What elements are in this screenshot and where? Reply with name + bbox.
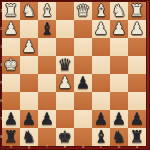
white-pawn: ♟ — [110, 20, 128, 38]
square-d3[interactable] — [74, 38, 92, 56]
square-a2[interactable]: ♟ — [128, 20, 146, 38]
square-h1[interactable]: ♜ — [2, 2, 20, 20]
square-d7[interactable] — [74, 110, 92, 128]
square-c3[interactable] — [92, 38, 110, 56]
black-rook: ♜ — [2, 128, 20, 146]
square-h7[interactable]: ♟ — [2, 110, 20, 128]
square-c6[interactable] — [92, 92, 110, 110]
white-pawn: ♟ — [56, 74, 74, 92]
white-bishop: ♝ — [92, 2, 110, 20]
square-d6[interactable] — [74, 92, 92, 110]
square-a1[interactable]: ♜ — [128, 2, 146, 20]
square-g5[interactable] — [20, 74, 38, 92]
white-knight: ♞ — [110, 2, 128, 20]
square-b7[interactable]: ♟ — [110, 110, 128, 128]
white-pawn: ♟ — [128, 20, 146, 38]
chess-app-window: ♜♞♝♛♝♞♜♟♝♟♟♟♟♚♛♟♟♟♟♟♟♟♟♜♞♚♝♞♜ 12345678hg… — [0, 0, 150, 150]
black-pawn: ♟ — [74, 74, 92, 92]
square-f4[interactable] — [38, 56, 56, 74]
square-a8[interactable]: ♜ — [128, 128, 146, 146]
white-pawn: ♟ — [20, 38, 38, 56]
black-king: ♚ — [56, 128, 74, 146]
black-pawn: ♟ — [38, 110, 56, 128]
black-pawn: ♟ — [128, 110, 146, 128]
white-king: ♚ — [2, 56, 20, 74]
square-g3[interactable]: ♟ — [20, 38, 38, 56]
square-a6[interactable] — [128, 92, 146, 110]
square-h4[interactable]: ♚ — [2, 56, 20, 74]
black-pawn: ♟ — [20, 110, 38, 128]
black-queen: ♛ — [56, 56, 74, 74]
square-c1[interactable]: ♝ — [92, 2, 110, 20]
square-f3[interactable] — [38, 38, 56, 56]
square-f5[interactable] — [38, 74, 56, 92]
white-bishop: ♝ — [38, 2, 56, 20]
square-d2[interactable] — [74, 20, 92, 38]
white-pawn: ♟ — [92, 20, 110, 38]
square-a3[interactable] — [128, 38, 146, 56]
white-knight: ♞ — [20, 2, 38, 20]
white-rook: ♜ — [128, 2, 146, 20]
white-pawn: ♟ — [2, 20, 20, 38]
square-d1[interactable]: ♛ — [74, 2, 92, 20]
square-d8[interactable] — [74, 128, 92, 146]
square-a4[interactable] — [128, 56, 146, 74]
square-h3[interactable] — [2, 38, 20, 56]
square-g6[interactable] — [20, 92, 38, 110]
square-h5[interactable] — [2, 74, 20, 92]
square-a5[interactable] — [128, 74, 146, 92]
square-c7[interactable]: ♟ — [92, 110, 110, 128]
square-f2[interactable]: ♝ — [38, 20, 56, 38]
square-b1[interactable]: ♞ — [110, 2, 128, 20]
square-e1[interactable] — [56, 2, 74, 20]
square-d4[interactable] — [74, 56, 92, 74]
square-b6[interactable] — [110, 92, 128, 110]
square-e7[interactable] — [56, 110, 74, 128]
square-c2[interactable]: ♟ — [92, 20, 110, 38]
black-pawn: ♟ — [110, 110, 128, 128]
square-b4[interactable] — [110, 56, 128, 74]
square-c8[interactable]: ♝ — [92, 128, 110, 146]
square-b2[interactable]: ♟ — [110, 20, 128, 38]
square-h2[interactable]: ♟ — [2, 20, 20, 38]
square-h6[interactable] — [2, 92, 20, 110]
black-bishop: ♝ — [38, 20, 56, 38]
square-b5[interactable] — [110, 74, 128, 92]
square-g7[interactable]: ♟ — [20, 110, 38, 128]
square-d5[interactable]: ♟ — [74, 74, 92, 92]
square-g1[interactable]: ♞ — [20, 2, 38, 20]
square-e3[interactable] — [56, 38, 74, 56]
black-knight: ♞ — [20, 128, 38, 146]
square-h8[interactable]: ♜ — [2, 128, 20, 146]
square-e6[interactable] — [56, 92, 74, 110]
square-g2[interactable] — [20, 20, 38, 38]
black-pawn: ♟ — [2, 110, 20, 128]
white-queen: ♛ — [74, 2, 92, 20]
black-bishop: ♝ — [92, 128, 110, 146]
square-c5[interactable] — [92, 74, 110, 92]
square-e5[interactable]: ♟ — [56, 74, 74, 92]
square-e4[interactable]: ♛ — [56, 56, 74, 74]
square-b3[interactable] — [110, 38, 128, 56]
black-pawn: ♟ — [92, 110, 110, 128]
chess-board: ♜♞♝♛♝♞♜♟♝♟♟♟♟♚♛♟♟♟♟♟♟♟♟♜♞♚♝♞♜ — [2, 2, 146, 146]
square-f1[interactable]: ♝ — [38, 2, 56, 20]
square-f8[interactable] — [38, 128, 56, 146]
square-e8[interactable]: ♚ — [56, 128, 74, 146]
square-e2[interactable] — [56, 20, 74, 38]
square-g8[interactable]: ♞ — [20, 128, 38, 146]
square-b8[interactable]: ♞ — [110, 128, 128, 146]
square-f7[interactable]: ♟ — [38, 110, 56, 128]
square-g4[interactable] — [20, 56, 38, 74]
square-a7[interactable]: ♟ — [128, 110, 146, 128]
square-f6[interactable] — [38, 92, 56, 110]
black-rook: ♜ — [128, 128, 146, 146]
black-knight: ♞ — [110, 128, 128, 146]
square-c4[interactable] — [92, 56, 110, 74]
white-rook: ♜ — [2, 2, 20, 20]
